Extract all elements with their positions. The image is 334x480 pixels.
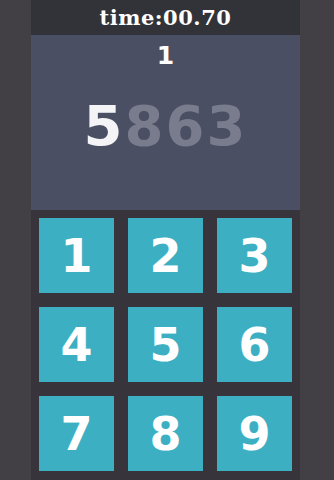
typed-digits: 5 — [84, 93, 125, 158]
remaining-digits: 863 — [125, 93, 248, 158]
key-2[interactable]: 2 — [128, 218, 203, 293]
timer-text: time:00.70 — [100, 5, 232, 30]
key-5[interactable]: 5 — [128, 307, 203, 382]
right-letterbox — [300, 0, 334, 480]
key-8[interactable]: 8 — [128, 396, 203, 471]
key-4[interactable]: 4 — [39, 307, 114, 382]
target-number: 5863 — [84, 98, 248, 154]
key-1[interactable]: 1 — [39, 218, 114, 293]
key-9[interactable]: 9 — [217, 396, 292, 471]
round-counter: 1 — [157, 42, 174, 70]
target-panel: 1 5863 — [31, 35, 300, 210]
key-6[interactable]: 6 — [217, 307, 292, 382]
left-letterbox — [0, 0, 31, 480]
game-area: time:00.70 1 5863 1 2 3 4 5 6 7 8 9 — [31, 0, 300, 480]
keypad: 1 2 3 4 5 6 7 8 9 — [31, 210, 300, 480]
timer-bar: time:00.70 — [31, 0, 300, 35]
app-window: time:00.70 1 5863 1 2 3 4 5 6 7 8 9 — [0, 0, 334, 480]
key-7[interactable]: 7 — [39, 396, 114, 471]
key-3[interactable]: 3 — [217, 218, 292, 293]
